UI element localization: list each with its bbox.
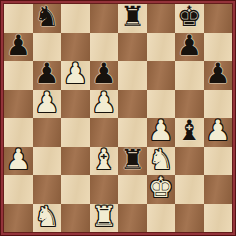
piece-black-bishop[interactable]: ♝ bbox=[177, 118, 202, 146]
square-c1[interactable] bbox=[61, 204, 90, 233]
piece-white-pawn[interactable]: ♟ bbox=[63, 61, 88, 89]
square-c6[interactable]: ♟ bbox=[61, 61, 90, 90]
square-h6[interactable]: ♟ bbox=[204, 61, 233, 90]
square-f8[interactable] bbox=[147, 4, 176, 33]
square-g7[interactable]: ♟ bbox=[175, 33, 204, 62]
square-a6[interactable] bbox=[4, 61, 33, 90]
piece-white-pawn[interactable]: ♟ bbox=[34, 90, 59, 118]
piece-white-pawn[interactable]: ♟ bbox=[205, 118, 230, 146]
square-g3[interactable] bbox=[175, 147, 204, 176]
square-b6[interactable]: ♟ bbox=[33, 61, 62, 90]
square-g5[interactable] bbox=[175, 90, 204, 119]
piece-black-knight[interactable]: ♞ bbox=[34, 4, 59, 32]
piece-black-pawn[interactable]: ♟ bbox=[205, 61, 230, 89]
piece-black-pawn[interactable]: ♟ bbox=[6, 33, 31, 61]
square-a4[interactable] bbox=[4, 118, 33, 147]
square-h7[interactable] bbox=[204, 33, 233, 62]
square-b1[interactable]: ♞ bbox=[33, 204, 62, 233]
piece-white-rook[interactable]: ♜ bbox=[91, 204, 116, 232]
piece-white-knight[interactable]: ♞ bbox=[34, 204, 59, 232]
square-e5[interactable] bbox=[118, 90, 147, 119]
square-e1[interactable] bbox=[118, 204, 147, 233]
piece-white-pawn[interactable]: ♟ bbox=[6, 147, 31, 175]
square-f1[interactable] bbox=[147, 204, 176, 233]
chess-board-frame: ♞♜♚♟♟♟♟♟♟♟♟♟♝♟♟♝♜♞♚♞♜ bbox=[0, 0, 236, 236]
square-h5[interactable] bbox=[204, 90, 233, 119]
piece-white-knight[interactable]: ♞ bbox=[148, 147, 173, 175]
square-d1[interactable]: ♜ bbox=[90, 204, 119, 233]
square-f7[interactable] bbox=[147, 33, 176, 62]
square-g4[interactable]: ♝ bbox=[175, 118, 204, 147]
square-h3[interactable] bbox=[204, 147, 233, 176]
square-e4[interactable] bbox=[118, 118, 147, 147]
square-d7[interactable] bbox=[90, 33, 119, 62]
square-d2[interactable] bbox=[90, 175, 119, 204]
piece-black-king[interactable]: ♚ bbox=[177, 4, 202, 32]
square-f3[interactable]: ♞ bbox=[147, 147, 176, 176]
piece-white-pawn[interactable]: ♟ bbox=[91, 90, 116, 118]
piece-black-pawn[interactable]: ♟ bbox=[177, 33, 202, 61]
piece-white-king[interactable]: ♚ bbox=[148, 175, 173, 203]
piece-black-pawn[interactable]: ♟ bbox=[91, 61, 116, 89]
piece-black-rook[interactable]: ♜ bbox=[120, 147, 145, 175]
square-d3[interactable]: ♝ bbox=[90, 147, 119, 176]
square-d4[interactable] bbox=[90, 118, 119, 147]
piece-black-pawn[interactable]: ♟ bbox=[34, 61, 59, 89]
square-a3[interactable]: ♟ bbox=[4, 147, 33, 176]
square-h2[interactable] bbox=[204, 175, 233, 204]
square-a7[interactable]: ♟ bbox=[4, 33, 33, 62]
chess-board: ♞♜♚♟♟♟♟♟♟♟♟♟♝♟♟♝♜♞♚♞♜ bbox=[4, 4, 232, 232]
square-e2[interactable] bbox=[118, 175, 147, 204]
square-a2[interactable] bbox=[4, 175, 33, 204]
square-a8[interactable] bbox=[4, 4, 33, 33]
square-g6[interactable] bbox=[175, 61, 204, 90]
square-a5[interactable] bbox=[4, 90, 33, 119]
square-b3[interactable] bbox=[33, 147, 62, 176]
square-c5[interactable] bbox=[61, 90, 90, 119]
square-h8[interactable] bbox=[204, 4, 233, 33]
square-b5[interactable]: ♟ bbox=[33, 90, 62, 119]
piece-black-rook[interactable]: ♜ bbox=[120, 4, 145, 32]
square-b2[interactable] bbox=[33, 175, 62, 204]
square-f4[interactable]: ♟ bbox=[147, 118, 176, 147]
square-d8[interactable] bbox=[90, 4, 119, 33]
square-g1[interactable] bbox=[175, 204, 204, 233]
piece-white-pawn[interactable]: ♟ bbox=[148, 118, 173, 146]
square-g2[interactable] bbox=[175, 175, 204, 204]
square-b4[interactable] bbox=[33, 118, 62, 147]
square-g8[interactable]: ♚ bbox=[175, 4, 204, 33]
square-b8[interactable]: ♞ bbox=[33, 4, 62, 33]
square-b7[interactable] bbox=[33, 33, 62, 62]
square-e7[interactable] bbox=[118, 33, 147, 62]
square-d6[interactable]: ♟ bbox=[90, 61, 119, 90]
square-c3[interactable] bbox=[61, 147, 90, 176]
square-c7[interactable] bbox=[61, 33, 90, 62]
square-a1[interactable] bbox=[4, 204, 33, 233]
square-f2[interactable]: ♚ bbox=[147, 175, 176, 204]
square-e8[interactable]: ♜ bbox=[118, 4, 147, 33]
square-c8[interactable] bbox=[61, 4, 90, 33]
piece-white-bishop[interactable]: ♝ bbox=[91, 147, 116, 175]
square-d5[interactable]: ♟ bbox=[90, 90, 119, 119]
square-f6[interactable] bbox=[147, 61, 176, 90]
square-e3[interactable]: ♜ bbox=[118, 147, 147, 176]
square-h1[interactable] bbox=[204, 204, 233, 233]
square-h4[interactable]: ♟ bbox=[204, 118, 233, 147]
square-c4[interactable] bbox=[61, 118, 90, 147]
square-e6[interactable] bbox=[118, 61, 147, 90]
square-f5[interactable] bbox=[147, 90, 176, 119]
square-c2[interactable] bbox=[61, 175, 90, 204]
